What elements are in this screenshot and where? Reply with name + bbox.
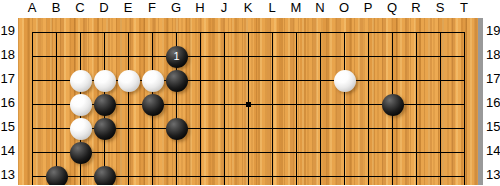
- board-point-L19[interactable]: [260, 20, 284, 44]
- board-point-T17[interactable]: [452, 68, 476, 92]
- board-point-J18[interactable]: [212, 44, 236, 68]
- board-point-K17[interactable]: [236, 68, 260, 92]
- board-point-P14[interactable]: [356, 140, 380, 164]
- black-stone-D13: [94, 166, 116, 186]
- board-point-R18[interactable]: [404, 44, 428, 68]
- black-stone-B13: [46, 166, 68, 186]
- board-point-E17[interactable]: [116, 68, 140, 92]
- board-point-Q13[interactable]: [380, 164, 404, 185]
- board-point-D15[interactable]: [92, 116, 116, 140]
- black-stone-D16: [94, 94, 116, 116]
- board-point-G15[interactable]: [164, 116, 188, 140]
- board-point-P18[interactable]: [356, 44, 380, 68]
- board-point-M13[interactable]: [284, 164, 308, 185]
- board-point-R13[interactable]: [404, 164, 428, 185]
- column-label-J: J: [212, 0, 236, 17]
- board-point-F18[interactable]: [140, 44, 164, 68]
- board-point-T16[interactable]: [452, 92, 476, 116]
- row-label-left-14: 14: [0, 140, 15, 164]
- board-point-J19[interactable]: [212, 20, 236, 44]
- board-point-M19[interactable]: [284, 20, 308, 44]
- board-point-O14[interactable]: [332, 140, 356, 164]
- board-edge-shadow: [478, 18, 483, 185]
- board-point-C17[interactable]: [68, 68, 92, 92]
- board-point-L17[interactable]: [260, 68, 284, 92]
- row-label-left-16: 16: [0, 92, 15, 116]
- board-point-T19[interactable]: [452, 20, 476, 44]
- board-point-G16[interactable]: [164, 92, 188, 116]
- white-stone-C17: [70, 70, 92, 92]
- board-point-N19[interactable]: [308, 20, 332, 44]
- board-point-P19[interactable]: [356, 20, 380, 44]
- board-point-H18[interactable]: [188, 44, 212, 68]
- board-point-K13[interactable]: [236, 164, 260, 185]
- board-point-J13[interactable]: [212, 164, 236, 185]
- board-point-Q14[interactable]: [380, 140, 404, 164]
- row-label-left-19: 19: [0, 20, 15, 44]
- board-point-O13[interactable]: [332, 164, 356, 185]
- column-label-T: T: [452, 0, 476, 17]
- board-point-D19[interactable]: [92, 20, 116, 44]
- board-point-D16[interactable]: [92, 92, 116, 116]
- board-point-P17[interactable]: [356, 68, 380, 92]
- board-point-O17[interactable]: [332, 68, 356, 92]
- board-point-S13[interactable]: [428, 164, 452, 185]
- column-label-E: E: [116, 0, 140, 17]
- column-label-M: M: [284, 0, 308, 17]
- column-label-A: A: [20, 0, 44, 17]
- board-point-S14[interactable]: [428, 140, 452, 164]
- board-point-D17[interactable]: [92, 68, 116, 92]
- board-point-C16[interactable]: [68, 92, 92, 116]
- column-label-L: L: [260, 0, 284, 17]
- board-point-J14[interactable]: [212, 140, 236, 164]
- white-stone-E17: [118, 70, 140, 92]
- board-point-A15[interactable]: [20, 116, 44, 140]
- board-point-D18[interactable]: [92, 44, 116, 68]
- board-point-R19[interactable]: [404, 20, 428, 44]
- row-label-right-16: 16: [486, 92, 500, 116]
- board-point-B16[interactable]: [44, 92, 68, 116]
- board-point-E18[interactable]: [116, 44, 140, 68]
- board-point-M17[interactable]: [284, 68, 308, 92]
- board-point-C15[interactable]: [68, 116, 92, 140]
- board-point-E19[interactable]: [116, 20, 140, 44]
- black-stone-D15: [94, 118, 116, 140]
- board-point-F16[interactable]: [140, 92, 164, 116]
- board-point-H16[interactable]: [188, 92, 212, 116]
- row-label-right-13: 13: [486, 164, 500, 185]
- column-label-F: F: [140, 0, 164, 17]
- board-point-M18[interactable]: [284, 44, 308, 68]
- board-point-H14[interactable]: [188, 140, 212, 164]
- board-point-S15[interactable]: [428, 116, 452, 140]
- board-point-P15[interactable]: [356, 116, 380, 140]
- board-point-F19[interactable]: [140, 20, 164, 44]
- column-label-Q: Q: [380, 0, 404, 17]
- board-point-R15[interactable]: [404, 116, 428, 140]
- board-point-T14[interactable]: [452, 140, 476, 164]
- board-point-A13[interactable]: [20, 164, 44, 185]
- move-number-label: 1: [173, 51, 179, 62]
- board-point-G14[interactable]: [164, 140, 188, 164]
- board-point-Q19[interactable]: [380, 20, 404, 44]
- board-point-K14[interactable]: [236, 140, 260, 164]
- board-point-A16[interactable]: [20, 92, 44, 116]
- board-point-R17[interactable]: [404, 68, 428, 92]
- board-point-M14[interactable]: [284, 140, 308, 164]
- column-label-N: N: [308, 0, 332, 17]
- column-labels: ABCDEFGHJKLMNOPQRST: [20, 0, 476, 17]
- board-point-N13[interactable]: [308, 164, 332, 185]
- board-point-O16[interactable]: [332, 92, 356, 116]
- column-label-O: O: [332, 0, 356, 17]
- board-point-S16[interactable]: [428, 92, 452, 116]
- row-label-right-15: 15: [486, 116, 500, 140]
- black-stone-Q16: [382, 94, 404, 116]
- board-point-Q16[interactable]: [380, 92, 404, 116]
- board-point-C18[interactable]: [68, 44, 92, 68]
- board-point-N14[interactable]: [308, 140, 332, 164]
- board-point-E13[interactable]: [116, 164, 140, 185]
- board-point-C19[interactable]: [68, 20, 92, 44]
- row-label-right-17: 17: [486, 68, 500, 92]
- board-point-O18[interactable]: [332, 44, 356, 68]
- board-point-T18[interactable]: [452, 44, 476, 68]
- board-point-E16[interactable]: [116, 92, 140, 116]
- board-point-O15[interactable]: [332, 116, 356, 140]
- board-point-S19[interactable]: [428, 20, 452, 44]
- black-stone-G18: 1: [166, 46, 188, 68]
- board-point-L18[interactable]: [260, 44, 284, 68]
- black-stone-C14: [70, 142, 92, 164]
- board-point-B17[interactable]: [44, 68, 68, 92]
- board-point-R14[interactable]: [404, 140, 428, 164]
- white-stone-F17: [142, 70, 164, 92]
- board-point-G17[interactable]: [164, 68, 188, 92]
- board-point-A14[interactable]: [20, 140, 44, 164]
- row-label-right-19: 19: [486, 20, 500, 44]
- go-board-grid: 1: [20, 20, 476, 185]
- board-point-J15[interactable]: [212, 116, 236, 140]
- board-point-G18[interactable]: 1: [164, 44, 188, 68]
- star-point-K16: [246, 102, 251, 107]
- column-label-C: C: [68, 0, 92, 17]
- white-stone-D17: [94, 70, 116, 92]
- board-point-Q18[interactable]: [380, 44, 404, 68]
- board-point-F14[interactable]: [140, 140, 164, 164]
- board-point-B18[interactable]: [44, 44, 68, 68]
- board-point-Q17[interactable]: [380, 68, 404, 92]
- board-point-R16[interactable]: [404, 92, 428, 116]
- go-board-screenshot: ABCDEFGHJKLMNOPQRST 19181716151413 19181…: [0, 0, 500, 185]
- white-stone-C15: [70, 118, 92, 140]
- column-label-H: H: [188, 0, 212, 17]
- board-point-K15[interactable]: [236, 116, 260, 140]
- board-point-N18[interactable]: [308, 44, 332, 68]
- board-point-A17[interactable]: [20, 68, 44, 92]
- black-stone-G17: [166, 70, 188, 92]
- board-point-F13[interactable]: [140, 164, 164, 185]
- board-point-S18[interactable]: [428, 44, 452, 68]
- board-point-H13[interactable]: [188, 164, 212, 185]
- board-point-H15[interactable]: [188, 116, 212, 140]
- board-point-B13[interactable]: [44, 164, 68, 185]
- board-point-K18[interactable]: [236, 44, 260, 68]
- board-point-B19[interactable]: [44, 20, 68, 44]
- board-point-K19[interactable]: [236, 20, 260, 44]
- board-point-N15[interactable]: [308, 116, 332, 140]
- board-point-B14[interactable]: [44, 140, 68, 164]
- board-point-S17[interactable]: [428, 68, 452, 92]
- column-label-R: R: [404, 0, 428, 17]
- board-point-D13[interactable]: [92, 164, 116, 185]
- board-point-L15[interactable]: [260, 116, 284, 140]
- row-label-right-18: 18: [486, 44, 500, 68]
- black-stone-G15: [166, 118, 188, 140]
- column-label-B: B: [44, 0, 68, 17]
- board-point-H19[interactable]: [188, 20, 212, 44]
- board-point-P16[interactable]: [356, 92, 380, 116]
- board-point-D14[interactable]: [92, 140, 116, 164]
- board-point-N17[interactable]: [308, 68, 332, 92]
- row-label-left-18: 18: [0, 44, 15, 68]
- board-point-G19[interactable]: [164, 20, 188, 44]
- row-label-right-14: 14: [486, 140, 500, 164]
- board-point-F17[interactable]: [140, 68, 164, 92]
- board-point-G13[interactable]: [164, 164, 188, 185]
- board-point-J17[interactable]: [212, 68, 236, 92]
- board-point-O19[interactable]: [332, 20, 356, 44]
- board-point-L16[interactable]: [260, 92, 284, 116]
- board-point-C14[interactable]: [68, 140, 92, 164]
- row-label-left-15: 15: [0, 116, 15, 140]
- board-point-E15[interactable]: [116, 116, 140, 140]
- board-point-K16[interactable]: [236, 92, 260, 116]
- column-label-S: S: [428, 0, 452, 17]
- column-label-K: K: [236, 0, 260, 17]
- board-point-M16[interactable]: [284, 92, 308, 116]
- board-point-T13[interactable]: [452, 164, 476, 185]
- row-label-left-13: 13: [0, 164, 15, 185]
- column-label-D: D: [92, 0, 116, 17]
- board-point-J16[interactable]: [212, 92, 236, 116]
- board-point-M15[interactable]: [284, 116, 308, 140]
- board-point-Q15[interactable]: [380, 116, 404, 140]
- white-stone-C16: [70, 94, 92, 116]
- board-point-L14[interactable]: [260, 140, 284, 164]
- board-point-P13[interactable]: [356, 164, 380, 185]
- board-point-H17[interactable]: [188, 68, 212, 92]
- board-point-B15[interactable]: [44, 116, 68, 140]
- board-point-A19[interactable]: [20, 20, 44, 44]
- board-point-E14[interactable]: [116, 140, 140, 164]
- column-label-P: P: [356, 0, 380, 17]
- column-label-G: G: [164, 0, 188, 17]
- white-stone-O17: [334, 70, 356, 92]
- board-point-F15[interactable]: [140, 116, 164, 140]
- black-stone-F16: [142, 94, 164, 116]
- board-point-L13[interactable]: [260, 164, 284, 185]
- board-point-A18[interactable]: [20, 44, 44, 68]
- row-label-left-17: 17: [0, 68, 15, 92]
- board-point-C13[interactable]: [68, 164, 92, 185]
- board-point-T15[interactable]: [452, 116, 476, 140]
- board-point-N16[interactable]: [308, 92, 332, 116]
